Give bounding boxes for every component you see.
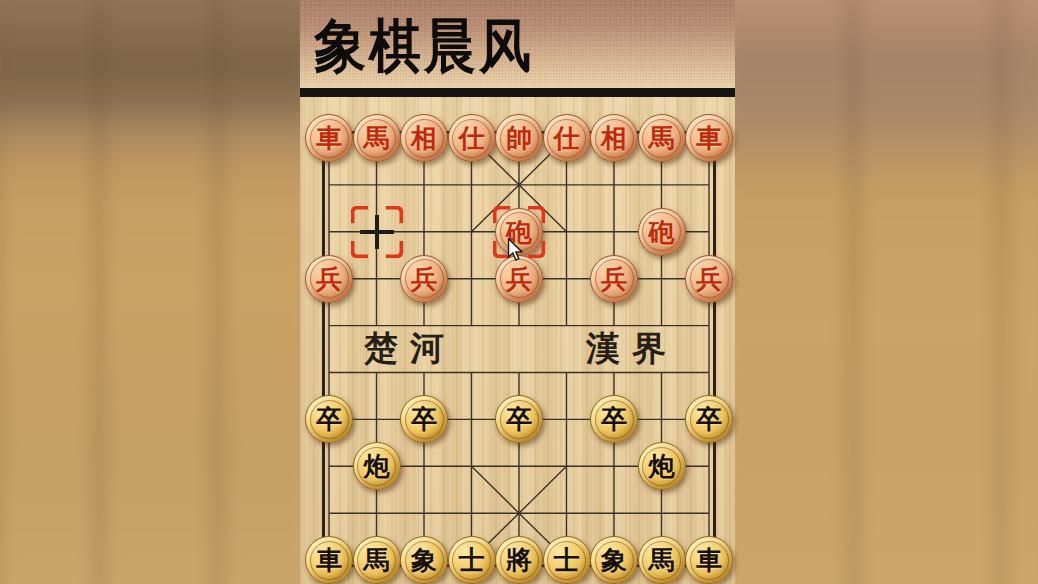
- piece-black-f1-r7[interactable]: 卒: [305, 395, 353, 443]
- piece-red-f1-r4[interactable]: 兵: [305, 255, 353, 303]
- piece-glyph: 車: [696, 126, 722, 152]
- piece-glyph: 馬: [364, 126, 390, 152]
- piece-glyph: 馬: [364, 548, 390, 574]
- piece-red-f5-r4[interactable]: 兵: [495, 255, 543, 303]
- piece-black-f3-r7[interactable]: 卒: [400, 395, 448, 443]
- piece-glyph: 車: [696, 548, 722, 574]
- piece-red-f3-r1[interactable]: 相: [400, 114, 448, 162]
- piece-glyph: 帥: [506, 126, 532, 152]
- piece-glyph: 卒: [506, 407, 532, 433]
- xiangqi-board[interactable]: 楚河 漢界 車馬相仕帥仕相馬車砲砲兵兵兵兵兵卒卒卒卒卒炮炮車馬象士將士象馬車: [300, 97, 735, 584]
- piece-glyph: 車: [316, 126, 342, 152]
- piece-black-f7-r10[interactable]: 象: [590, 536, 638, 584]
- piece-black-f8-r8[interactable]: 炮: [638, 442, 686, 490]
- blurred-background-right: [724, 0, 1038, 584]
- piece-glyph: 卒: [696, 407, 722, 433]
- piece-black-f4-r10[interactable]: 士: [448, 536, 496, 584]
- piece-glyph: 將: [506, 548, 532, 574]
- river-label-left: 楚河: [364, 326, 456, 372]
- piece-black-f2-r8[interactable]: 炮: [353, 442, 401, 490]
- piece-glyph: 兵: [696, 267, 722, 293]
- piece-black-f2-r10[interactable]: 馬: [353, 536, 401, 584]
- app-title: 象棋晨风: [314, 8, 534, 86]
- piece-black-f9-r10[interactable]: 車: [685, 536, 733, 584]
- piece-glyph: 車: [316, 548, 342, 574]
- piece-glyph: 馬: [649, 548, 675, 574]
- piece-red-f7-r1[interactable]: 相: [590, 114, 638, 162]
- piece-red-f5-r1[interactable]: 帥: [495, 114, 543, 162]
- piece-glyph: 相: [601, 126, 627, 152]
- piece-black-f5-r7[interactable]: 卒: [495, 395, 543, 443]
- piece-glyph: 炮: [649, 454, 675, 480]
- river-label-right: 漢界: [586, 326, 678, 372]
- piece-glyph: 砲: [506, 220, 532, 246]
- piece-glyph: 象: [411, 548, 437, 574]
- piece-red-f9-r1[interactable]: 車: [685, 114, 733, 162]
- piece-glyph: 兵: [506, 267, 532, 293]
- piece-glyph: 炮: [364, 454, 390, 480]
- piece-glyph: 士: [554, 548, 580, 574]
- piece-black-f7-r7[interactable]: 卒: [590, 395, 638, 443]
- piece-glyph: 卒: [411, 407, 437, 433]
- piece-black-f9-r7[interactable]: 卒: [685, 395, 733, 443]
- piece-black-f6-r10[interactable]: 士: [543, 536, 591, 584]
- piece-black-f3-r10[interactable]: 象: [400, 536, 448, 584]
- piece-red-f8-r1[interactable]: 馬: [638, 114, 686, 162]
- game-panel: 象棋晨风 楚河 漢界 車馬相仕帥仕相馬車砲砲兵兵兵兵兵卒卒卒卒卒炮炮車馬象士將士…: [300, 0, 735, 584]
- piece-glyph: 卒: [601, 407, 627, 433]
- piece-glyph: 象: [601, 548, 627, 574]
- piece-red-f6-r1[interactable]: 仕: [543, 114, 591, 162]
- piece-red-f2-r1[interactable]: 馬: [353, 114, 401, 162]
- piece-glyph: 仕: [554, 126, 580, 152]
- piece-glyph: 兵: [316, 267, 342, 293]
- piece-red-f1-r1[interactable]: 車: [305, 114, 353, 162]
- piece-glyph: 相: [411, 126, 437, 152]
- piece-glyph: 卒: [316, 407, 342, 433]
- piece-red-f3-r4[interactable]: 兵: [400, 255, 448, 303]
- piece-glyph: 仕: [459, 126, 485, 152]
- piece-red-f5-r3[interactable]: 砲: [495, 208, 543, 256]
- title-divider-bar: [300, 88, 735, 97]
- piece-glyph: 士: [459, 548, 485, 574]
- piece-glyph: 馬: [649, 126, 675, 152]
- piece-red-f7-r4[interactable]: 兵: [590, 255, 638, 303]
- piece-glyph: 兵: [601, 267, 627, 293]
- piece-glyph: 砲: [649, 220, 675, 246]
- piece-red-f4-r1[interactable]: 仕: [448, 114, 496, 162]
- piece-black-f8-r10[interactable]: 馬: [638, 536, 686, 584]
- screenshot-stage: 象棋晨风 楚河 漢界 車馬相仕帥仕相馬車砲砲兵兵兵兵兵卒卒卒卒卒炮炮車馬象士將士…: [0, 0, 1038, 584]
- title-bar: 象棋晨风: [300, 0, 735, 88]
- blurred-background-left: [0, 0, 311, 584]
- piece-black-f5-r10[interactable]: 將: [495, 536, 543, 584]
- piece-red-f9-r4[interactable]: 兵: [685, 255, 733, 303]
- piece-red-f8-r3[interactable]: 砲: [638, 208, 686, 256]
- piece-black-f1-r10[interactable]: 車: [305, 536, 353, 584]
- piece-glyph: 兵: [411, 267, 437, 293]
